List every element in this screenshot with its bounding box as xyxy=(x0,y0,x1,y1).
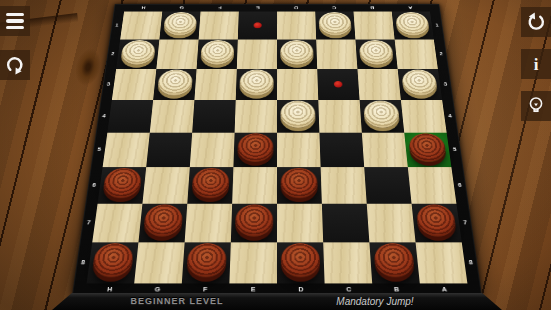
white-man-A3[interactable] xyxy=(401,70,438,96)
square-E1[interactable] xyxy=(238,12,277,40)
lightbulb-icon xyxy=(525,95,547,117)
white-man-G1[interactable] xyxy=(163,12,197,35)
white-man-C1[interactable] xyxy=(318,12,351,35)
square-C1[interactable] xyxy=(315,12,355,40)
square-A1[interactable] xyxy=(392,12,434,40)
white-man-B2[interactable] xyxy=(359,40,394,64)
square-D2[interactable] xyxy=(277,40,317,69)
file-label-bottom-C: C xyxy=(325,285,373,294)
square-G4[interactable] xyxy=(150,100,195,133)
square-C2[interactable] xyxy=(316,40,357,69)
red-man-A5[interactable] xyxy=(408,133,447,162)
square-F8[interactable] xyxy=(182,242,231,283)
square-E4[interactable] xyxy=(235,100,277,133)
file-label-bottom-D: D xyxy=(277,285,325,294)
board-front-base: BEGINNER LEVEL Mandatory Jump! xyxy=(52,293,502,310)
red-man-B8[interactable] xyxy=(373,243,415,277)
hamburger-icon xyxy=(6,13,24,29)
hint-button[interactable] xyxy=(521,91,551,121)
square-G5[interactable] xyxy=(146,133,192,168)
square-B8[interactable] xyxy=(369,242,419,283)
square-G8[interactable] xyxy=(134,242,184,283)
file-label-bottom-E: E xyxy=(229,285,277,294)
undo-icon xyxy=(525,11,547,33)
square-H8[interactable] xyxy=(87,242,139,283)
square-D5[interactable] xyxy=(277,133,321,168)
file-label-top-E: E xyxy=(239,5,277,11)
square-E3[interactable] xyxy=(236,69,277,100)
info-icon: i xyxy=(534,56,539,73)
square-H7[interactable] xyxy=(92,204,142,243)
white-man-E3[interactable] xyxy=(239,70,273,96)
square-E5[interactable] xyxy=(233,133,277,168)
square-A5[interactable] xyxy=(404,133,451,168)
level-label: BEGINNER LEVEL xyxy=(107,293,247,310)
square-H1[interactable] xyxy=(120,12,162,40)
square-F5[interactable] xyxy=(190,133,235,168)
white-man-B4[interactable] xyxy=(363,101,400,128)
red-man-E7[interactable] xyxy=(235,204,273,236)
square-A8[interactable] xyxy=(416,242,468,283)
square-F3[interactable] xyxy=(194,69,236,100)
square-A3[interactable] xyxy=(398,69,442,100)
square-D1[interactable] xyxy=(277,12,316,40)
square-G3[interactable] xyxy=(153,69,196,100)
white-man-F2[interactable] xyxy=(200,40,234,64)
red-man-F6[interactable] xyxy=(191,168,229,198)
red-man-F8[interactable] xyxy=(186,243,227,277)
square-G6[interactable] xyxy=(142,167,189,204)
file-label-top-D: D xyxy=(277,5,315,11)
square-E6[interactable] xyxy=(232,167,277,204)
board-grid xyxy=(87,12,468,284)
square-A6[interactable] xyxy=(408,167,457,204)
file-label-bottom-H: H xyxy=(85,285,134,294)
move-dot-C3 xyxy=(334,81,343,87)
file-label-bottom-A: A xyxy=(420,285,469,294)
square-E7[interactable] xyxy=(231,204,277,243)
square-G7[interactable] xyxy=(138,204,187,243)
square-G2[interactable] xyxy=(156,40,198,69)
square-C3[interactable] xyxy=(317,69,359,100)
square-B6[interactable] xyxy=(364,167,411,204)
checkers-board[interactable]: HHGGFFEEDDCCBBAA1122334455667788 xyxy=(72,4,482,295)
white-man-G3[interactable] xyxy=(157,70,193,96)
white-man-H2[interactable] xyxy=(120,40,156,64)
square-H4[interactable] xyxy=(107,100,153,133)
square-B5[interactable] xyxy=(362,133,408,168)
square-D7[interactable] xyxy=(277,204,323,243)
wood-knot xyxy=(72,46,104,89)
square-F2[interactable] xyxy=(197,40,238,69)
square-D4[interactable] xyxy=(277,100,319,133)
red-man-G7[interactable] xyxy=(143,204,184,236)
restart-button[interactable] xyxy=(0,50,30,80)
checkers-app-screen: HHGGFFEEDDCCBBAA1122334455667788 BEGINNE… xyxy=(0,0,551,310)
square-C7[interactable] xyxy=(322,204,370,243)
square-H3[interactable] xyxy=(112,69,156,100)
white-man-D2[interactable] xyxy=(280,40,313,64)
file-label-top-A: A xyxy=(391,5,430,11)
square-B4[interactable] xyxy=(360,100,405,133)
square-H2[interactable] xyxy=(116,40,159,69)
info-button[interactable]: i xyxy=(521,49,551,79)
file-label-top-C: C xyxy=(315,5,353,11)
white-man-A1[interactable] xyxy=(395,12,430,35)
square-F1[interactable] xyxy=(199,12,239,40)
square-B2[interactable] xyxy=(355,40,397,69)
square-F7[interactable] xyxy=(185,204,233,243)
square-A7[interactable] xyxy=(412,204,462,243)
square-B3[interactable] xyxy=(357,69,400,100)
square-B1[interactable] xyxy=(353,12,394,40)
square-E8[interactable] xyxy=(229,242,277,283)
undo-button[interactable] xyxy=(521,7,551,37)
red-man-A7[interactable] xyxy=(415,204,457,236)
red-man-H6[interactable] xyxy=(102,168,142,198)
status-message: Mandatory Jump! xyxy=(305,293,445,310)
square-A4[interactable] xyxy=(401,100,447,133)
square-C8[interactable] xyxy=(323,242,372,283)
square-C4[interactable] xyxy=(318,100,362,133)
file-label-top-B: B xyxy=(353,5,392,11)
white-man-D4[interactable] xyxy=(280,101,315,128)
square-F4[interactable] xyxy=(192,100,236,133)
file-label-bottom-F: F xyxy=(181,285,229,294)
red-man-D8[interactable] xyxy=(281,243,321,277)
file-label-bottom-G: G xyxy=(133,285,182,294)
square-F6[interactable] xyxy=(187,167,233,204)
square-G1[interactable] xyxy=(159,12,200,40)
red-man-D6[interactable] xyxy=(281,168,318,198)
square-B7[interactable] xyxy=(367,204,416,243)
square-D3[interactable] xyxy=(277,69,318,100)
square-D8[interactable] xyxy=(277,242,325,283)
file-label-bottom-B: B xyxy=(372,285,421,294)
square-E2[interactable] xyxy=(237,40,277,69)
restart-icon xyxy=(3,53,27,77)
square-H6[interactable] xyxy=(98,167,147,204)
square-H5[interactable] xyxy=(103,133,150,168)
square-D6[interactable] xyxy=(277,167,322,204)
file-label-top-G: G xyxy=(162,5,201,11)
red-man-E5[interactable] xyxy=(237,133,273,162)
file-label-top-H: H xyxy=(124,5,163,11)
square-A2[interactable] xyxy=(395,40,438,69)
square-C5[interactable] xyxy=(319,133,364,168)
file-label-top-F: F xyxy=(201,5,239,11)
red-man-H8[interactable] xyxy=(91,243,134,277)
square-C6[interactable] xyxy=(321,167,367,204)
move-dot-E1 xyxy=(254,22,262,28)
menu-button[interactable] xyxy=(0,6,30,36)
